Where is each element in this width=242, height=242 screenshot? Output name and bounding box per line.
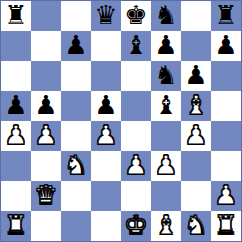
- square-d3[interactable]: [91, 151, 121, 181]
- square-f7[interactable]: ♟: [151, 31, 181, 61]
- piece-white-rook[interactable]: ♜: [4, 212, 27, 238]
- piece-white-pawn[interactable]: ♟: [154, 152, 177, 178]
- square-e3[interactable]: ♟: [121, 151, 151, 181]
- square-g1[interactable]: ♞: [181, 211, 211, 241]
- square-d1[interactable]: [91, 211, 121, 241]
- square-h5[interactable]: [211, 91, 241, 121]
- piece-white-rook[interactable]: ♜: [214, 212, 237, 238]
- square-d6[interactable]: [91, 61, 121, 91]
- piece-black-bishop[interactable]: ♝: [154, 92, 177, 118]
- piece-black-knight[interactable]: ♞: [154, 62, 177, 88]
- square-c6[interactable]: [61, 61, 91, 91]
- square-a6[interactable]: [1, 61, 31, 91]
- square-b1[interactable]: [31, 211, 61, 241]
- square-f8[interactable]: ♞: [151, 1, 181, 31]
- square-a7[interactable]: [1, 31, 31, 61]
- piece-white-bishop[interactable]: ♝: [184, 92, 207, 118]
- square-e6[interactable]: [121, 61, 151, 91]
- piece-white-pawn[interactable]: ♟: [4, 122, 27, 148]
- square-f1[interactable]: ♝: [151, 211, 181, 241]
- square-c8[interactable]: [61, 1, 91, 31]
- square-h2[interactable]: ♟: [211, 181, 241, 211]
- piece-white-pawn[interactable]: ♟: [34, 122, 57, 148]
- square-h8[interactable]: ♜: [211, 1, 241, 31]
- square-f5[interactable]: ♝: [151, 91, 181, 121]
- piece-black-pawn[interactable]: ♟: [4, 92, 27, 118]
- square-c4[interactable]: [61, 121, 91, 151]
- piece-black-pawn[interactable]: ♟: [214, 32, 237, 58]
- piece-white-knight[interactable]: ♞: [64, 152, 87, 178]
- square-b7[interactable]: [31, 31, 61, 61]
- piece-black-rook[interactable]: ♜: [4, 2, 27, 28]
- piece-white-pawn[interactable]: ♟: [94, 122, 117, 148]
- piece-black-pawn[interactable]: ♟: [154, 32, 177, 58]
- square-c3[interactable]: ♞: [61, 151, 91, 181]
- piece-black-pawn[interactable]: ♟: [64, 32, 87, 58]
- square-a8[interactable]: ♜: [1, 1, 31, 31]
- square-g3[interactable]: [181, 151, 211, 181]
- square-c1[interactable]: [61, 211, 91, 241]
- square-a1[interactable]: ♜: [1, 211, 31, 241]
- square-c7[interactable]: ♟: [61, 31, 91, 61]
- square-c5[interactable]: [61, 91, 91, 121]
- square-a3[interactable]: [1, 151, 31, 181]
- square-b3[interactable]: [31, 151, 61, 181]
- square-e5[interactable]: [121, 91, 151, 121]
- square-e7[interactable]: ♝: [121, 31, 151, 61]
- square-g6[interactable]: ♟: [181, 61, 211, 91]
- square-h7[interactable]: ♟: [211, 31, 241, 61]
- square-h1[interactable]: ♜: [211, 211, 241, 241]
- piece-black-queen[interactable]: ♛: [94, 2, 117, 28]
- square-b4[interactable]: ♟: [31, 121, 61, 151]
- square-b6[interactable]: [31, 61, 61, 91]
- piece-black-king[interactable]: ♚: [124, 2, 147, 28]
- square-b8[interactable]: [31, 1, 61, 31]
- square-h3[interactable]: [211, 151, 241, 181]
- square-g8[interactable]: [181, 1, 211, 31]
- square-f2[interactable]: [151, 181, 181, 211]
- piece-white-bishop[interactable]: ♝: [154, 212, 177, 238]
- piece-white-knight[interactable]: ♞: [184, 212, 207, 238]
- piece-white-pawn[interactable]: ♟: [124, 152, 147, 178]
- piece-black-rook[interactable]: ♜: [214, 2, 237, 28]
- chess-board: ♜♛♚♞♜♟♝♟♟♞♟♟♟♟♝♝♟♟♟♟♞♟♟♛♟♜♚♝♞♜: [0, 0, 242, 242]
- square-d4[interactable]: ♟: [91, 121, 121, 151]
- square-b5[interactable]: ♟: [31, 91, 61, 121]
- square-d8[interactable]: ♛: [91, 1, 121, 31]
- piece-white-king[interactable]: ♚: [124, 212, 147, 238]
- piece-white-pawn[interactable]: ♟: [214, 182, 237, 208]
- square-g5[interactable]: ♝: [181, 91, 211, 121]
- square-d5[interactable]: ♟: [91, 91, 121, 121]
- square-h4[interactable]: [211, 121, 241, 151]
- square-d2[interactable]: [91, 181, 121, 211]
- square-a4[interactable]: ♟: [1, 121, 31, 151]
- square-f3[interactable]: ♟: [151, 151, 181, 181]
- piece-black-pawn[interactable]: ♟: [34, 92, 57, 118]
- square-h6[interactable]: [211, 61, 241, 91]
- piece-black-bishop[interactable]: ♝: [124, 32, 147, 58]
- square-g4[interactable]: ♟: [181, 121, 211, 151]
- square-a5[interactable]: ♟: [1, 91, 31, 121]
- square-e4[interactable]: [121, 121, 151, 151]
- square-g2[interactable]: [181, 181, 211, 211]
- square-a2[interactable]: [1, 181, 31, 211]
- piece-black-pawn[interactable]: ♟: [184, 62, 207, 88]
- piece-white-queen[interactable]: ♛: [34, 182, 57, 208]
- piece-black-knight[interactable]: ♞: [154, 2, 177, 28]
- square-c2[interactable]: [61, 181, 91, 211]
- square-e2[interactable]: [121, 181, 151, 211]
- square-f6[interactable]: ♞: [151, 61, 181, 91]
- square-g7[interactable]: [181, 31, 211, 61]
- square-d7[interactable]: [91, 31, 121, 61]
- square-e1[interactable]: ♚: [121, 211, 151, 241]
- square-f4[interactable]: [151, 121, 181, 151]
- square-b2[interactable]: ♛: [31, 181, 61, 211]
- piece-black-pawn[interactable]: ♟: [94, 92, 117, 118]
- piece-white-pawn[interactable]: ♟: [184, 122, 207, 148]
- square-e8[interactable]: ♚: [121, 1, 151, 31]
